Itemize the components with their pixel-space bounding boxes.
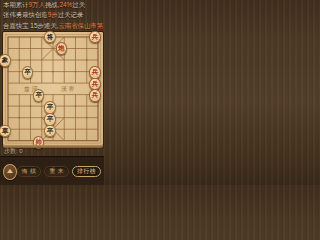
piece-disc: 卒 xyxy=(33,89,44,102)
piece-red-兵[interactable]: 兵 xyxy=(89,31,100,43)
ticker-line-1: 本期累计9万人挑战,24%过关 xyxy=(3,0,103,10)
piece-black-卒[interactable]: 卒 xyxy=(44,102,55,114)
piece-disc: 炮 xyxy=(56,42,67,55)
piece-black-将[interactable]: 将 xyxy=(44,31,55,43)
piece-red-兵[interactable]: 兵 xyxy=(89,66,100,78)
undo-button[interactable]: 悔 棋 xyxy=(17,166,42,177)
piece-disc: 卒 xyxy=(44,125,55,138)
expand-up-button[interactable] xyxy=(3,164,17,180)
piece-disc: 兵 xyxy=(89,66,100,79)
piece-red-炮[interactable]: 炮 xyxy=(56,43,67,55)
piece-disc: 将 xyxy=(44,31,55,44)
leaderboard-button[interactable]: 排行榜 xyxy=(72,166,101,177)
step-counter-label: 步数: xyxy=(4,148,18,154)
piece-red-兵[interactable]: 兵 xyxy=(89,90,100,102)
piece-disc: 帅 xyxy=(33,136,44,149)
piece-black-卒[interactable]: 卒 xyxy=(33,90,44,102)
piece-disc: 卒 xyxy=(44,101,55,114)
step-counter-value: 0 xyxy=(19,148,22,154)
step-counter: 步数: 0 xyxy=(4,147,23,156)
news-ticker: 本期累计9万人挑战,24%过关 张伟勇最快创造9步过关记录 合嘉快宝 15步通关… xyxy=(3,0,103,31)
piece-black-車[interactable]: 車 xyxy=(0,125,11,137)
piece-disc: 車 xyxy=(0,125,11,138)
piece-red-帅[interactable]: 帅 xyxy=(33,137,44,149)
piece-disc: 卒 xyxy=(44,113,55,126)
ticker-line-3: 合嘉快宝 15步通关,云南省保山市第1 xyxy=(3,21,103,31)
chevron-up-icon xyxy=(7,169,13,173)
bottom-toolbar: 悔 棋 重 来 排行榜 xyxy=(0,156,104,185)
toolbar-pills: 悔 棋 重 来 排行榜 xyxy=(17,166,101,177)
piece-disc: 兵 xyxy=(89,89,100,102)
piece-disc: 兵 xyxy=(89,31,100,44)
piece-red-兵[interactable]: 兵 xyxy=(89,78,100,90)
board-intersections[interactable]: 将兵炮象卒兵兵兵卒卒卒卒車帅 xyxy=(0,31,101,149)
piece-black-象[interactable]: 象 xyxy=(0,55,11,67)
piece-disc: 象 xyxy=(0,54,11,67)
piece-disc: 卒 xyxy=(22,66,33,79)
piece-black-卒[interactable]: 卒 xyxy=(22,66,33,78)
piece-black-卒[interactable]: 卒 xyxy=(44,113,55,125)
piece-black-卒[interactable]: 卒 xyxy=(44,125,55,137)
piece-disc: 兵 xyxy=(89,78,100,91)
xiangqi-board[interactable]: 楚河 漢界 将兵炮象卒兵兵兵卒卒卒卒車帅 xyxy=(2,31,104,146)
restart-button[interactable]: 重 来 xyxy=(44,166,69,177)
ticker-line-2: 张伟勇最快创造9步过关记录 xyxy=(3,10,103,20)
